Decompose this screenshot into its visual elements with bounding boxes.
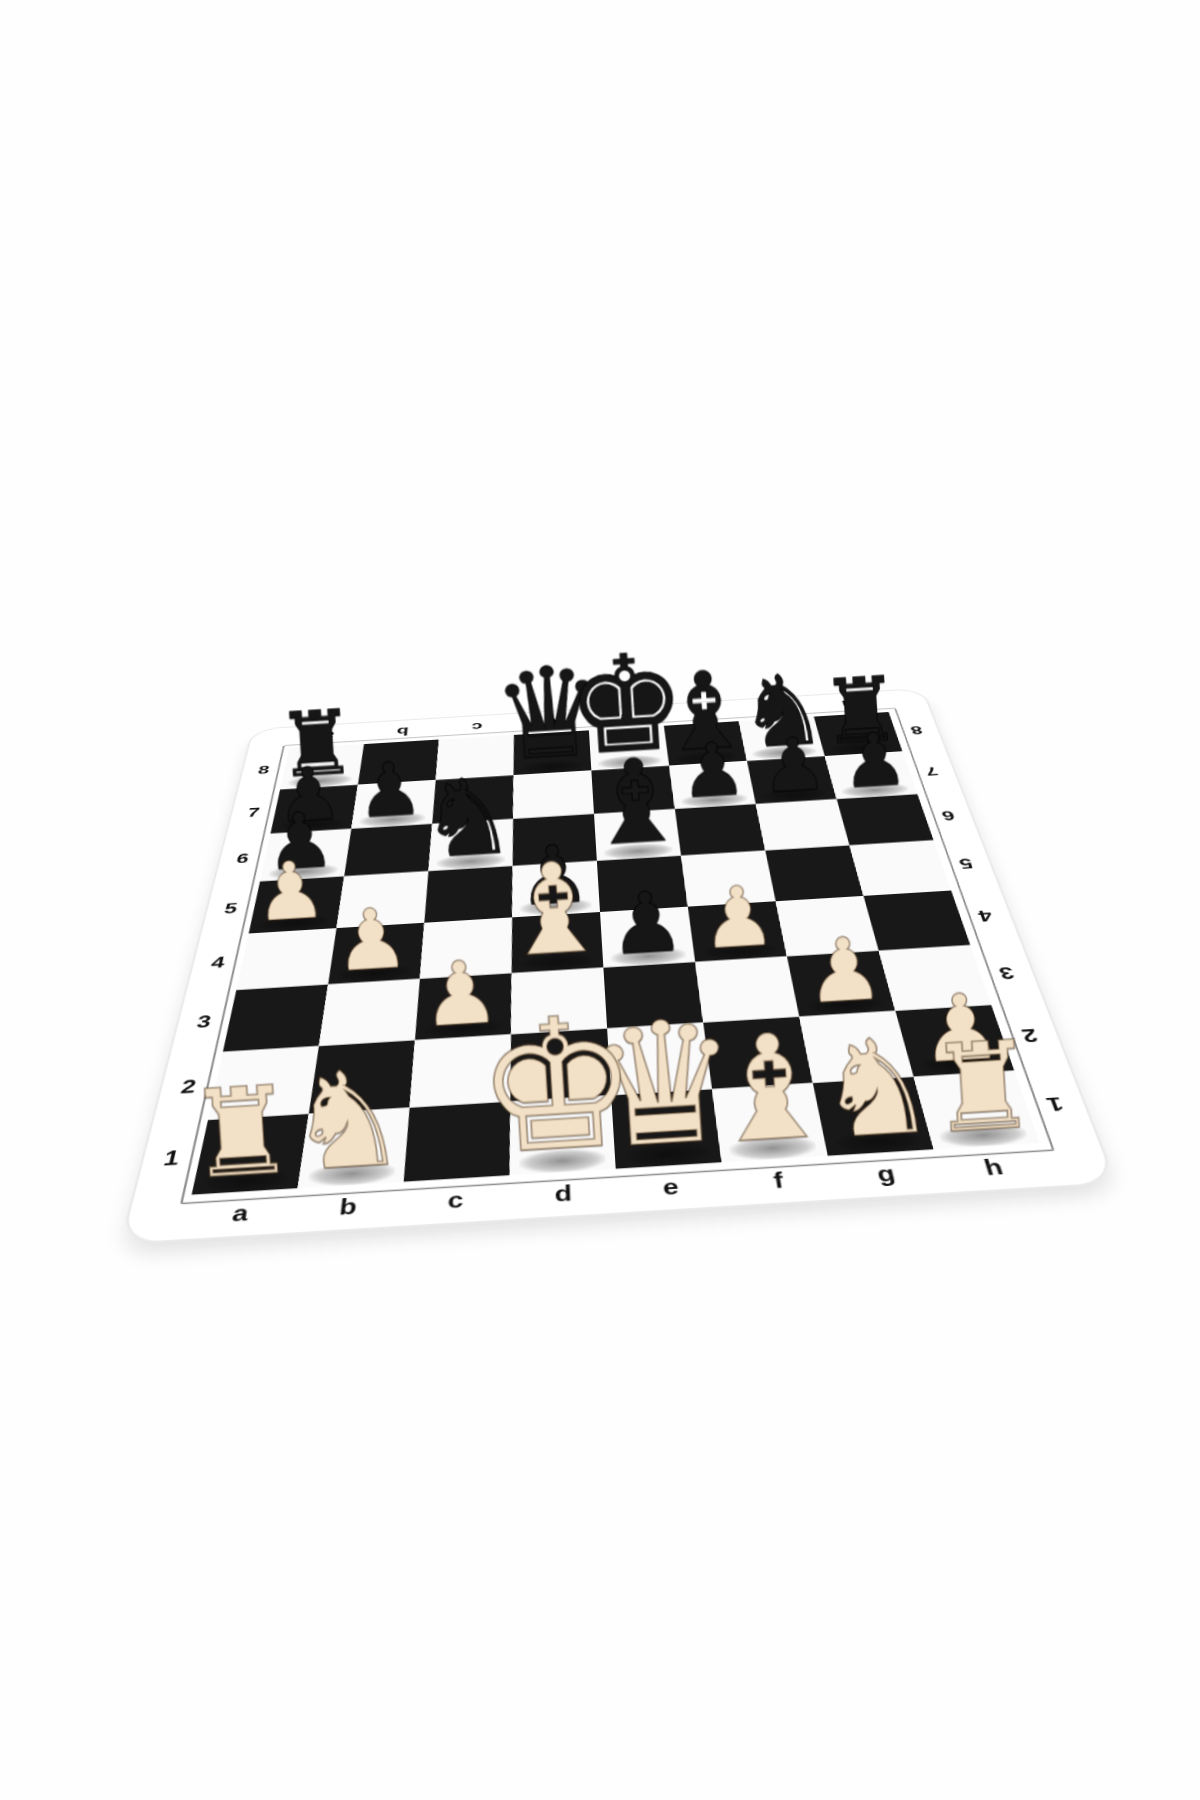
file-label-bottom-e: e bbox=[651, 1173, 690, 1202]
file-label-bottom-h: h bbox=[971, 1153, 1016, 1182]
black-pawn-g7-piece: ♟ bbox=[759, 729, 829, 803]
piece-cell-f4: ♟ bbox=[688, 901, 787, 962]
piece-cell-e4: ♟ bbox=[600, 907, 695, 968]
piece-cell-f1: ♝ bbox=[712, 1083, 828, 1163]
black-pawn-h7-piece: ♟ bbox=[840, 724, 910, 798]
black-pawn-f7-piece: ♟ bbox=[678, 734, 748, 808]
perspective-scene: 8877665544332211aabbccddeeffgghh♜♛♚♝♞♜♟♟… bbox=[176, 488, 1023, 1335]
piece-cell-e6: ♝ bbox=[594, 809, 681, 861]
rank-label-left-3: 3 bbox=[185, 1010, 222, 1033]
piece-cell-b1: ♞ bbox=[298, 1108, 410, 1189]
white-bishop-d4-piece: ♝ bbox=[494, 847, 613, 973]
piece-cell-d1: ♚ bbox=[510, 1095, 616, 1175]
rank-label-left-1: 1 bbox=[151, 1144, 192, 1172]
file-label-bottom-d: d bbox=[545, 1179, 582, 1209]
piece-cell-d4: ♝ bbox=[512, 912, 604, 973]
white-pawn-f4-piece: ♟ bbox=[699, 876, 779, 960]
piece-cell-h7: ♟ bbox=[825, 751, 918, 799]
white-king-d1-piece: ♚ bbox=[471, 994, 643, 1175]
piece-cell-g7: ♟ bbox=[747, 756, 837, 804]
rank-label-left-4: 4 bbox=[200, 952, 235, 973]
board-rotation-wrapper: 8877665544332211aabbccddeeffgghh♜♛♚♝♞♜♟♟… bbox=[176, 488, 1023, 1335]
white-knight-g1-piece: ♞ bbox=[813, 1022, 939, 1155]
white-rook-a1-piece: ♜ bbox=[184, 1072, 299, 1193]
black-pawn-e4-piece: ♟ bbox=[607, 882, 687, 966]
file-label-bottom-f: f bbox=[758, 1166, 799, 1195]
photo-background: 8877665544332211aabbccddeeffgghh♜♛♚♝♞♜♟♟… bbox=[0, 0, 1200, 1800]
white-knight-b1-piece: ♞ bbox=[284, 1054, 410, 1187]
file-label-bottom-g: g bbox=[865, 1160, 908, 1189]
white-pawn-a5-piece: ♟ bbox=[252, 852, 328, 932]
white-rook-h1-piece: ♜ bbox=[925, 1027, 1040, 1148]
file-label-top-c: c bbox=[464, 719, 490, 734]
file-label-bottom-a: a bbox=[220, 1199, 262, 1229]
piece-cell-b4: ♟ bbox=[328, 923, 424, 985]
black-pawn-b7-piece: ♟ bbox=[355, 753, 425, 827]
rank-label-right-6: 6 bbox=[931, 807, 965, 824]
rank-label-right-7: 7 bbox=[915, 763, 947, 779]
chess-mat: 8877665544332211aabbccddeeffgghh♜♛♚♝♞♜♟♟… bbox=[122, 689, 1114, 1243]
file-label-bottom-b: b bbox=[328, 1192, 368, 1222]
file-label-bottom-c: c bbox=[437, 1186, 475, 1216]
rank-label-left-5: 5 bbox=[214, 899, 248, 919]
piece-cell-g1: ♞ bbox=[813, 1077, 934, 1156]
white-pawn-b4-piece: ♟ bbox=[332, 899, 412, 983]
file-label-top-b: b bbox=[389, 724, 416, 739]
